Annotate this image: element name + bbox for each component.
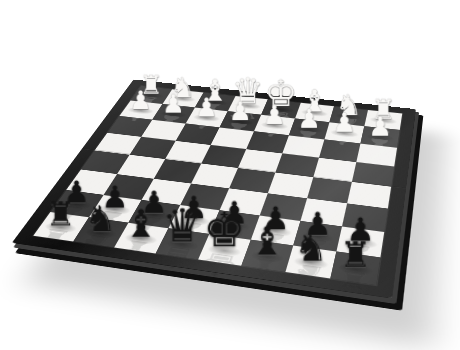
square-d8: ♛♛ <box>156 228 210 259</box>
white-pawn-glyph: ♟ <box>263 103 286 129</box>
square-d3 <box>211 127 254 149</box>
product-photo: ♜♜♞♞♝♝♛♛♚♚♝♝♞♞♜♜♟♟♟♟♟♟♟♟♟♟♟♟♟♟♟♟♟♟♟♟♟♟♟♟… <box>0 0 460 350</box>
black-rook-glyph: ♜ <box>46 198 76 231</box>
black-king-glyph: ♚ <box>203 207 245 254</box>
black-knight-glyph: ♞ <box>84 201 116 237</box>
chess-board: ♜♜♞♞♝♝♛♛♚♚♝♝♞♞♜♜♟♟♟♟♟♟♟♟♟♟♟♟♟♟♟♟♟♟♟♟♟♟♟♟… <box>33 86 402 285</box>
square-g3 <box>319 139 360 162</box>
black-rook-glyph: ♜ <box>340 238 372 274</box>
white-pawn-glyph: ♟ <box>195 96 218 121</box>
board-frame: ♜♜♞♞♝♝♛♛♚♚♝♝♞♞♜♜♟♟♟♟♟♟♟♟♟♟♟♟♟♟♟♟♟♟♟♟♟♟♟♟… <box>12 79 416 298</box>
black-knight-glyph: ♞ <box>294 229 328 267</box>
white-pawn-glyph: ♟ <box>129 88 152 113</box>
white-pawn-glyph: ♟ <box>162 92 185 117</box>
black-bishop-glyph: ♝ <box>124 204 158 242</box>
square-a8: ♜♜ <box>33 212 89 242</box>
black-bishop-glyph: ♝ <box>249 221 284 261</box>
white-pawn-glyph: ♟ <box>229 99 252 125</box>
chessboard-3d-scene: ♜♜♞♞♝♝♛♛♚♚♝♝♞♞♜♜♟♟♟♟♟♟♟♟♟♟♟♟♟♟♟♟♟♟♟♟♟♟♟♟… <box>12 79 416 298</box>
square-f3 <box>282 135 324 157</box>
white-pawn-glyph: ♟ <box>297 107 320 133</box>
black-queen-glyph: ♛ <box>162 203 203 249</box>
square-g8: ♞♞ <box>285 245 336 278</box>
white-pawn-glyph: ♟ <box>368 114 392 140</box>
square-f8: ♝♝ <box>241 240 293 272</box>
square-e8: ♚♚ <box>198 234 251 266</box>
white-pawn-glyph: ♟ <box>333 110 357 136</box>
